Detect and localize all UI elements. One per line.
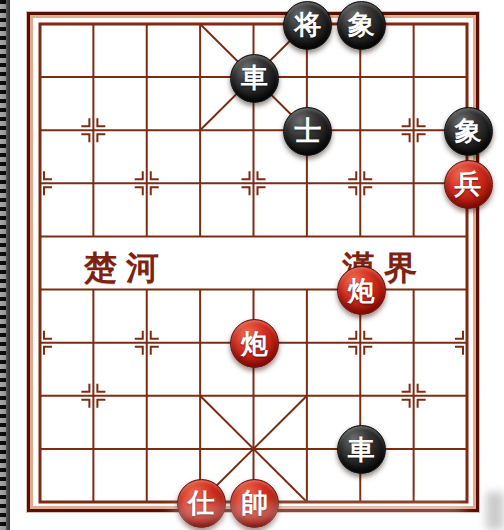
piece-black-elephant[interactable]: 象 [337,1,386,50]
piece-character: 帥 [241,485,268,521]
piece-red-cannon[interactable]: 炮 [337,266,386,315]
piece-character: 将 [294,7,321,43]
river-label-chu-he: 楚河 [84,246,168,290]
piece-red-soldier[interactable]: 兵 [444,160,493,209]
film-strip-edge [0,0,10,530]
piece-character: 象 [348,7,375,43]
piece-character: 炮 [241,326,268,362]
corner-smudge [486,492,504,530]
piece-red-advisor[interactable]: 仕 [177,479,226,528]
piece-character: 炮 [348,273,375,309]
piece-red-cannon[interactable]: 炮 [230,319,279,368]
piece-black-general[interactable]: 将 [283,1,332,50]
piece-black-chariot[interactable]: 車 [230,54,279,103]
xiangqi-app-screen: 楚河 漢界 将象車士象兵炮炮車仕帥 [0,0,504,530]
piece-character: 象 [455,113,482,149]
piece-black-chariot[interactable]: 車 [337,425,386,474]
piece-character: 車 [241,60,268,96]
piece-black-advisor[interactable]: 士 [283,107,332,156]
piece-character: 車 [348,432,375,468]
piece-character: 士 [294,113,321,149]
piece-red-general[interactable]: 帥 [230,479,279,528]
piece-character: 兵 [455,166,482,202]
piece-character: 仕 [188,485,215,521]
piece-black-elephant[interactable]: 象 [444,107,493,156]
